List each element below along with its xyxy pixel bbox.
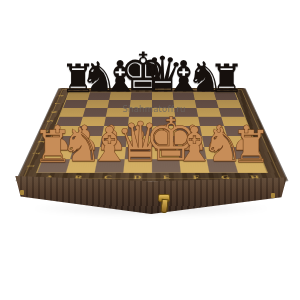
square-b8 [88, 92, 111, 99]
rank-label-4: 4 [40, 128, 52, 134]
square-d4 [127, 126, 152, 136]
square-h6 [219, 108, 245, 117]
square-h8 [214, 92, 238, 99]
square-g2 [204, 147, 234, 159]
square-e8 [152, 92, 173, 99]
square-f5 [175, 117, 200, 126]
square-g7 [195, 100, 219, 108]
square-b1 [66, 159, 97, 172]
square-h3 [227, 136, 256, 147]
square-g8 [193, 92, 216, 99]
square-a7 [63, 100, 88, 108]
square-c5 [104, 117, 129, 126]
square-b5 [80, 117, 106, 126]
rank-label-5: 5 [45, 119, 56, 124]
square-d3 [126, 136, 152, 147]
brass-corner-right [271, 193, 275, 198]
square-b6 [83, 108, 108, 117]
square-h4 [224, 126, 252, 136]
chess-board: ABCDEFGH 87654321 [17, 88, 287, 181]
square-a8 [66, 92, 90, 99]
square-a1 [37, 159, 70, 172]
rank-label-7: 7 [53, 101, 63, 105]
square-c4 [102, 126, 128, 136]
square-c2 [97, 147, 126, 159]
square-e5 [152, 117, 176, 126]
square-e2 [152, 147, 179, 159]
perspective-viewport: ABCDEFGH 87654321 [0, 0, 300, 300]
rank-label-2: 2 [30, 150, 43, 157]
square-a2 [43, 147, 74, 159]
square-h7 [216, 100, 241, 108]
square-h1 [234, 159, 267, 172]
square-f1 [179, 159, 209, 172]
square-g3 [202, 136, 230, 147]
square-f3 [177, 136, 204, 147]
square-f8 [173, 92, 195, 99]
brass-corner-left [20, 190, 24, 195]
square-b4 [77, 126, 104, 136]
square-a3 [48, 136, 77, 147]
square-g6 [196, 108, 221, 117]
file-label-f: F [181, 174, 211, 180]
square-e3 [152, 136, 178, 147]
product-photo: ABCDEFGH 87654321 Shahmatoff.ru ♜♞♝♚♛♝♞♜… [0, 0, 300, 300]
square-d5 [128, 117, 152, 126]
file-label-d: D [122, 174, 152, 180]
square-b2 [70, 147, 100, 159]
rank-label-1: 1 [24, 163, 38, 170]
square-d2 [125, 147, 152, 159]
square-e4 [152, 126, 177, 136]
square-b7 [85, 100, 109, 108]
square-g5 [198, 117, 224, 126]
square-h5 [221, 117, 248, 126]
square-d1 [123, 159, 152, 172]
square-c8 [109, 92, 131, 99]
square-g4 [200, 126, 227, 136]
rank-label-3: 3 [36, 139, 48, 145]
square-b3 [74, 136, 102, 147]
square-c1 [95, 159, 125, 172]
square-f2 [178, 147, 207, 159]
file-label-e: E [152, 174, 182, 180]
rank-label-8: 8 [57, 94, 67, 98]
square-c3 [100, 136, 127, 147]
square-e1 [152, 159, 181, 172]
watermark-text: Shahmatoff.ru [114, 104, 194, 114]
square-f4 [176, 126, 202, 136]
square-a5 [56, 117, 83, 126]
square-d8 [131, 92, 152, 99]
file-label-c: C [93, 174, 123, 180]
square-g1 [207, 159, 238, 172]
square-h2 [230, 147, 261, 159]
square-a4 [52, 126, 80, 136]
square-a6 [60, 108, 86, 117]
rank-label-6: 6 [49, 110, 59, 115]
